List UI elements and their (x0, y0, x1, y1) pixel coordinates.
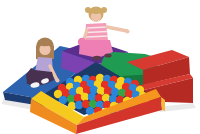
girl-top-shirt-stripe (86, 36, 108, 37)
girl-top-shirt-stripe (86, 32, 108, 33)
girl-top-shoe-left (93, 56, 101, 61)
girl-left-bangs (38, 39, 52, 47)
girl-top-shoe-right (104, 53, 111, 57)
girl-top-knee (78, 38, 86, 46)
girl-top-bangs (90, 7, 102, 14)
girl-left-hand (56, 79, 60, 83)
girl-top-hand (126, 30, 130, 34)
girl-top-shirt-stripe (87, 27, 107, 28)
product-photo-soft-play-climber (0, 0, 200, 134)
